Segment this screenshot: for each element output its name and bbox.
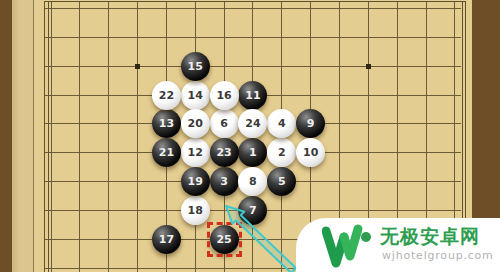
stone-move-number: 16 <box>216 90 231 101</box>
grid-line-vertical <box>51 1 52 272</box>
stone-move-number: 22 <box>159 90 174 101</box>
stone-move-number: 3 <box>220 176 228 187</box>
stone-move-number: 14 <box>188 90 203 101</box>
stone-14-white: 14 <box>181 81 210 110</box>
stone-16-white: 16 <box>210 81 239 110</box>
stone-6-white: 6 <box>210 109 239 138</box>
grid-line-vertical <box>108 1 109 272</box>
stone-move-number: 23 <box>216 147 231 158</box>
stone-move-number: 6 <box>220 118 228 129</box>
stone-move-number: 19 <box>188 176 203 187</box>
stone-15-black: 15 <box>181 52 210 81</box>
stone-18-white: 18 <box>181 196 210 225</box>
brand-w-logo-icon <box>322 222 386 270</box>
board-frame-line <box>44 1 466 2</box>
stone-move-number: 2 <box>278 147 286 158</box>
board-frame-line <box>48 1 49 272</box>
stone-3-black: 3 <box>210 167 239 196</box>
gomoku-game-screenshot: 1234567891011121314151617181920212223242… <box>0 0 500 272</box>
stone-12-white: 12 <box>181 138 210 167</box>
stone-move-number: 24 <box>245 118 260 129</box>
last-move-marker <box>207 222 242 257</box>
star-point <box>366 64 371 69</box>
grid-line-horizontal <box>45 37 461 38</box>
stone-move-number: 10 <box>303 147 318 158</box>
stone-23-black: 23 <box>210 138 239 167</box>
grid-line-horizontal <box>45 66 461 67</box>
stone-move-number: 21 <box>159 147 174 158</box>
stone-11-black: 11 <box>238 81 267 110</box>
stone-19-black: 19 <box>181 167 210 196</box>
stone-move-number: 5 <box>278 176 286 187</box>
watermark-domain-text: wjhotelgroup.com <box>382 249 494 262</box>
watermark-brand-text: 无极安卓网 <box>380 224 480 250</box>
stone-move-number: 4 <box>278 118 286 129</box>
stone-move-number: 18 <box>188 205 203 216</box>
board-frame-line <box>44 1 45 272</box>
stone-move-number: 1 <box>249 147 257 158</box>
stone-17-black: 17 <box>152 225 181 254</box>
stone-move-number: 12 <box>188 147 203 158</box>
grid-line-horizontal <box>45 8 461 9</box>
stone-move-number: 8 <box>249 176 257 187</box>
star-point <box>135 64 140 69</box>
board-edge-line <box>33 0 34 272</box>
stone-move-number: 17 <box>159 234 174 245</box>
board-left-rail <box>12 0 33 272</box>
stone-move-number: 11 <box>245 90 260 101</box>
grid-line-vertical <box>79 1 80 272</box>
stone-move-number: 7 <box>249 205 257 216</box>
stone-move-number: 9 <box>307 118 315 129</box>
stone-move-number: 20 <box>188 118 203 129</box>
stone-21-black: 21 <box>152 138 181 167</box>
stone-20-white: 20 <box>181 109 210 138</box>
watermark-panel: 无极安卓网 wjhotelgroup.com <box>296 218 500 272</box>
stone-22-white: 22 <box>152 81 181 110</box>
stone-move-number: 15 <box>188 61 203 72</box>
grid-line-vertical <box>137 1 138 272</box>
stone-move-number: 13 <box>159 118 174 129</box>
